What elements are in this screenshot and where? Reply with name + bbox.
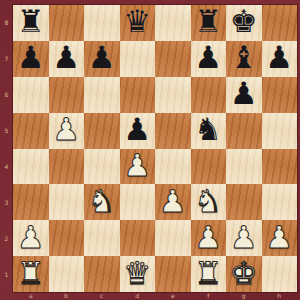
square-b7[interactable]: ♟	[49, 41, 85, 77]
square-e7[interactable]	[155, 41, 191, 77]
square-c6[interactable]	[84, 77, 120, 113]
black-pawn-d5-icon: ♟	[123, 114, 151, 145]
square-e2[interactable]	[155, 220, 191, 256]
square-d5[interactable]: ♟	[120, 113, 156, 149]
square-g4[interactable]	[226, 149, 262, 185]
square-g2[interactable]: ♟	[226, 220, 262, 256]
square-c7[interactable]: ♟	[84, 41, 120, 77]
square-d2[interactable]	[120, 220, 156, 256]
black-rook-f8-icon: ♜	[194, 6, 222, 37]
square-h7[interactable]: ♟	[262, 41, 298, 77]
square-h3[interactable]	[262, 184, 298, 220]
square-c3[interactable]: ♞	[84, 184, 120, 220]
square-g1[interactable]: ♚	[226, 256, 262, 292]
square-b8[interactable]	[49, 5, 85, 41]
square-h4[interactable]	[262, 149, 298, 185]
white-pawn-d4-icon: ♟	[123, 150, 151, 181]
file-label-b: b	[49, 292, 85, 300]
white-king-g1-icon: ♚	[230, 258, 258, 289]
square-e5[interactable]	[155, 113, 191, 149]
rank-label-1: 1	[0, 256, 13, 292]
square-b6[interactable]	[49, 77, 85, 113]
rank-label-2: 2	[0, 220, 13, 256]
square-d4[interactable]: ♟	[120, 149, 156, 185]
rank-label-4: 4	[0, 149, 13, 185]
square-f7[interactable]: ♟	[191, 41, 227, 77]
black-queen-d8-icon: ♛	[123, 6, 151, 37]
black-knight-f5-icon: ♞	[194, 114, 222, 145]
square-e6[interactable]	[155, 77, 191, 113]
square-a1[interactable]: ♜	[13, 256, 49, 292]
black-rook-a8-icon: ♜	[17, 6, 45, 37]
square-h2[interactable]: ♟	[262, 220, 298, 256]
square-f3[interactable]: ♞	[191, 184, 227, 220]
square-b4[interactable]	[49, 149, 85, 185]
square-a7[interactable]: ♟	[13, 41, 49, 77]
square-g8[interactable]: ♚	[226, 5, 262, 41]
square-a8[interactable]: ♜	[13, 5, 49, 41]
file-label-d: d	[120, 292, 156, 300]
square-c4[interactable]	[84, 149, 120, 185]
square-g5[interactable]	[226, 113, 262, 149]
file-label-g: g	[226, 292, 262, 300]
square-c5[interactable]	[84, 113, 120, 149]
square-a3[interactable]	[13, 184, 49, 220]
square-b5[interactable]: ♟	[49, 113, 85, 149]
file-label-c: c	[84, 292, 120, 300]
square-c1[interactable]	[84, 256, 120, 292]
square-f1[interactable]: ♜	[191, 256, 227, 292]
square-d3[interactable]	[120, 184, 156, 220]
black-king-g8-icon: ♚	[230, 6, 258, 37]
square-h8[interactable]	[262, 5, 298, 41]
square-d1[interactable]: ♛	[120, 256, 156, 292]
rank-label-5: 5	[0, 113, 13, 149]
black-pawn-g6-icon: ♟	[230, 78, 258, 109]
file-label-f: f	[191, 292, 227, 300]
square-b2[interactable]	[49, 220, 85, 256]
square-e8[interactable]	[155, 5, 191, 41]
square-a4[interactable]	[13, 149, 49, 185]
square-f4[interactable]	[191, 149, 227, 185]
white-queen-d1-icon: ♛	[123, 258, 151, 289]
square-d6[interactable]	[120, 77, 156, 113]
square-e1[interactable]	[155, 256, 191, 292]
black-pawn-c7-icon: ♟	[88, 42, 116, 73]
rank-label-7: 7	[0, 41, 13, 77]
rank-label-3: 3	[0, 184, 13, 220]
square-g7[interactable]: ♝	[226, 41, 262, 77]
black-pawn-b7-icon: ♟	[52, 42, 80, 73]
square-f8[interactable]: ♜	[191, 5, 227, 41]
black-pawn-a7-icon: ♟	[17, 42, 45, 73]
white-pawn-e3-icon: ♟	[159, 186, 187, 217]
square-f6[interactable]	[191, 77, 227, 113]
square-d8[interactable]: ♛	[120, 5, 156, 41]
square-a5[interactable]	[13, 113, 49, 149]
square-b3[interactable]	[49, 184, 85, 220]
white-knight-f3-icon: ♞	[194, 186, 222, 217]
file-label-h: h	[262, 292, 298, 300]
chess-board: ♜♛♜♚♟♟♟♟♝♟♟♟♟♞♟♞♟♞♟♟♟♟♜♛♜♚	[13, 5, 297, 292]
square-e4[interactable]	[155, 149, 191, 185]
square-e3[interactable]: ♟	[155, 184, 191, 220]
rank-label-8: 8	[0, 5, 13, 41]
black-pawn-h7-icon: ♟	[265, 42, 293, 73]
white-pawn-b5-icon: ♟	[52, 114, 80, 145]
square-f2[interactable]: ♟	[191, 220, 227, 256]
square-c2[interactable]	[84, 220, 120, 256]
square-h1[interactable]	[262, 256, 298, 292]
white-pawn-h2-icon: ♟	[265, 222, 293, 253]
square-a6[interactable]	[13, 77, 49, 113]
black-bishop-g7-icon: ♝	[230, 42, 258, 73]
square-d7[interactable]	[120, 41, 156, 77]
square-h5[interactable]	[262, 113, 298, 149]
square-f5[interactable]: ♞	[191, 113, 227, 149]
square-g3[interactable]	[226, 184, 262, 220]
square-a2[interactable]: ♟	[13, 220, 49, 256]
square-h6[interactable]	[262, 77, 298, 113]
chess-board-diagram: ♜♛♜♚♟♟♟♟♝♟♟♟♟♞♟♞♟♞♟♟♟♟♜♛♜♚ 87654321abcde…	[0, 0, 300, 300]
white-pawn-a2-icon: ♟	[17, 222, 45, 253]
white-pawn-g2-icon: ♟	[230, 222, 258, 253]
rank-label-6: 6	[0, 77, 13, 113]
square-c8[interactable]	[84, 5, 120, 41]
black-pawn-f7-icon: ♟	[194, 42, 222, 73]
file-label-a: a	[13, 292, 49, 300]
white-pawn-f2-icon: ♟	[194, 222, 222, 253]
white-rook-f1-icon: ♜	[194, 258, 222, 289]
square-g6[interactable]: ♟	[226, 77, 262, 113]
white-rook-a1-icon: ♜	[17, 258, 45, 289]
file-label-e: e	[155, 292, 191, 300]
white-knight-c3-icon: ♞	[88, 186, 116, 217]
square-b1[interactable]	[49, 256, 85, 292]
